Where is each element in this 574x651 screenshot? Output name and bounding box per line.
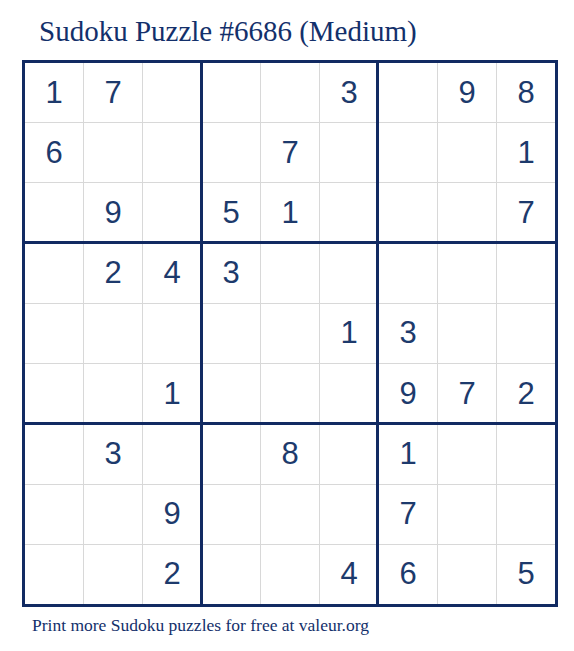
cell-r5c4[interactable] (202, 304, 260, 363)
page-title: Sudoku Puzzle #6686 (Medium) (39, 14, 417, 48)
cell-r1c5[interactable] (261, 63, 319, 122)
cell-r4c8[interactable] (438, 244, 496, 303)
cell-r5c8[interactable] (438, 304, 496, 363)
cell-r9c9[interactable]: 5 (497, 545, 555, 604)
cell-r1c3[interactable] (143, 63, 201, 122)
cell-r1c7[interactable] (379, 63, 437, 122)
cell-r6c3[interactable]: 1 (143, 364, 201, 423)
cell-r1c2[interactable]: 7 (84, 63, 142, 122)
cell-r6c9[interactable]: 2 (497, 364, 555, 423)
cell-r3c3[interactable] (143, 183, 201, 242)
cell-r8c9[interactable] (497, 485, 555, 544)
cell-r9c5[interactable] (261, 545, 319, 604)
cell-r7c2[interactable]: 3 (84, 424, 142, 483)
cell-r6c6[interactable] (320, 364, 378, 423)
cell-r2c2[interactable] (84, 123, 142, 182)
cell-r9c2[interactable] (84, 545, 142, 604)
cell-r1c6[interactable]: 3 (320, 63, 378, 122)
cell-r7c5[interactable]: 8 (261, 424, 319, 483)
cell-r2c7[interactable] (379, 123, 437, 182)
cell-r2c8[interactable] (438, 123, 496, 182)
cell-r3c4[interactable]: 5 (202, 183, 260, 242)
cell-r3c2[interactable]: 9 (84, 183, 142, 242)
cell-r3c1[interactable] (25, 183, 83, 242)
cell-r8c2[interactable] (84, 485, 142, 544)
cell-r9c1[interactable] (25, 545, 83, 604)
sudoku-board: 173986719517243131972381972465 (22, 60, 558, 607)
cell-r1c9[interactable]: 8 (497, 63, 555, 122)
cell-r6c2[interactable] (84, 364, 142, 423)
cell-r7c6[interactable] (320, 424, 378, 483)
cell-r8c6[interactable] (320, 485, 378, 544)
cell-r2c9[interactable]: 1 (497, 123, 555, 182)
cell-r9c7[interactable]: 6 (379, 545, 437, 604)
cell-r7c8[interactable] (438, 424, 496, 483)
cell-r4c9[interactable] (497, 244, 555, 303)
cell-r7c3[interactable] (143, 424, 201, 483)
cell-r5c9[interactable] (497, 304, 555, 363)
cell-r3c9[interactable]: 7 (497, 183, 555, 242)
cell-r6c7[interactable]: 9 (379, 364, 437, 423)
cell-r6c5[interactable] (261, 364, 319, 423)
cell-r4c6[interactable] (320, 244, 378, 303)
cell-r2c3[interactable] (143, 123, 201, 182)
cell-r4c1[interactable] (25, 244, 83, 303)
footer-text: Print more Sudoku puzzles for free at va… (32, 615, 369, 636)
cell-r2c6[interactable] (320, 123, 378, 182)
cell-r5c6[interactable]: 1 (320, 304, 378, 363)
cell-r2c5[interactable]: 7 (261, 123, 319, 182)
cell-r5c1[interactable] (25, 304, 83, 363)
cell-r3c7[interactable] (379, 183, 437, 242)
cell-r5c5[interactable] (261, 304, 319, 363)
box-divider-horizontal-2 (25, 422, 555, 425)
cell-r2c1[interactable]: 6 (25, 123, 83, 182)
cell-r5c2[interactable] (84, 304, 142, 363)
cell-r7c7[interactable]: 1 (379, 424, 437, 483)
cell-r3c5[interactable]: 1 (261, 183, 319, 242)
cell-r4c4[interactable]: 3 (202, 244, 260, 303)
cell-r1c8[interactable]: 9 (438, 63, 496, 122)
cell-r5c7[interactable]: 3 (379, 304, 437, 363)
cell-r9c8[interactable] (438, 545, 496, 604)
cell-r8c3[interactable]: 9 (143, 485, 201, 544)
cell-r7c4[interactable] (202, 424, 260, 483)
cell-r1c4[interactable] (202, 63, 260, 122)
cell-r4c7[interactable] (379, 244, 437, 303)
cell-r1c1[interactable]: 1 (25, 63, 83, 122)
cell-r7c9[interactable] (497, 424, 555, 483)
cell-r8c5[interactable] (261, 485, 319, 544)
cell-r6c4[interactable] (202, 364, 260, 423)
cell-r8c4[interactable] (202, 485, 260, 544)
cell-r8c8[interactable] (438, 485, 496, 544)
cell-r9c4[interactable] (202, 545, 260, 604)
cell-r5c3[interactable] (143, 304, 201, 363)
cell-r4c3[interactable]: 4 (143, 244, 201, 303)
cell-r3c8[interactable] (438, 183, 496, 242)
cell-r8c1[interactable] (25, 485, 83, 544)
cell-r7c1[interactable] (25, 424, 83, 483)
cell-r4c2[interactable]: 2 (84, 244, 142, 303)
cell-r6c1[interactable] (25, 364, 83, 423)
cell-r2c4[interactable] (202, 123, 260, 182)
box-divider-horizontal-1 (25, 241, 555, 244)
box-divider-vertical-2 (376, 63, 379, 604)
cell-r3c6[interactable] (320, 183, 378, 242)
box-divider-vertical-1 (200, 63, 203, 604)
sudoku-cells: 173986719517243131972381972465 (25, 63, 555, 604)
cell-r9c6[interactable]: 4 (320, 545, 378, 604)
cell-r8c7[interactable]: 7 (379, 485, 437, 544)
cell-r4c5[interactable] (261, 244, 319, 303)
cell-r6c8[interactable]: 7 (438, 364, 496, 423)
cell-r9c3[interactable]: 2 (143, 545, 201, 604)
